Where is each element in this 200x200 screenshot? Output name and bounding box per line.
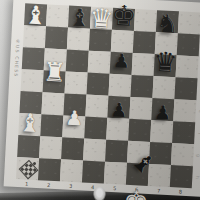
- rank-letter: g: [196, 154, 200, 157]
- black-pawn[interactable]: ♟: [154, 103, 172, 123]
- board-square[interactable]: [60, 159, 83, 182]
- black-queen[interactable]: ♛: [153, 48, 179, 76]
- board-square[interactable]: [65, 71, 88, 94]
- file-label: 3: [69, 183, 72, 189]
- rank-letter: h: [195, 176, 200, 179]
- board-square[interactable]: [132, 53, 155, 76]
- file-label: 5: [113, 185, 116, 191]
- board-square[interactable]: [176, 55, 199, 78]
- board-square[interactable]: [178, 11, 200, 34]
- board-square[interactable]: [171, 143, 194, 166]
- board-square[interactable]: [88, 51, 111, 74]
- board-square[interactable]: [152, 76, 175, 99]
- board-square[interactable]: [41, 92, 64, 115]
- pieces-layer: ♝♝♛♚♞♟♛♜♟♟♝♟♝♚: [14, 0, 200, 3]
- reflection-highlight: [93, 187, 106, 200]
- brand-label: ®US CHESS: [10, 39, 22, 78]
- board-square[interactable]: [85, 95, 108, 118]
- board-square[interactable]: [66, 49, 89, 72]
- board-square[interactable]: [128, 119, 151, 142]
- white-bishop[interactable]: ♝: [18, 110, 42, 136]
- board-square[interactable]: [22, 47, 45, 70]
- chess-board: ®US CHESS 12345678abcdefgh ♝♝♛♚♞♟♛♜♟♟♝♟♝…: [4, 0, 200, 197]
- board-square[interactable]: [17, 135, 40, 158]
- board-square[interactable]: [170, 165, 193, 188]
- board-square[interactable]: [40, 114, 63, 137]
- board-square[interactable]: [61, 137, 84, 160]
- black-king[interactable]: ♚: [110, 2, 137, 31]
- file-label: 8: [179, 189, 182, 195]
- chess-photo: ®US CHESS 12345678abcdefgh ♝♝♛♚♞♟♛♜♟♟♝♟♝…: [0, 0, 200, 200]
- board-square[interactable]: [130, 75, 153, 98]
- board-square[interactable]: [38, 158, 61, 181]
- board-square[interactable]: [87, 73, 110, 96]
- file-label: 1: [25, 180, 28, 186]
- white-bishop[interactable]: ♝: [24, 2, 48, 28]
- rank-letter: f: [197, 133, 200, 135]
- board-square[interactable]: [84, 117, 107, 140]
- rank-letter: e: [198, 110, 200, 113]
- board-square[interactable]: [108, 74, 131, 97]
- board-square[interactable]: [83, 139, 106, 162]
- board-square[interactable]: [82, 160, 105, 183]
- board-square[interactable]: [172, 121, 195, 144]
- white-rook[interactable]: ♜: [42, 58, 67, 85]
- black-pawn[interactable]: ♟: [112, 51, 130, 71]
- board-square[interactable]: [134, 9, 157, 32]
- board-square[interactable]: [104, 162, 127, 185]
- white-king[interactable]: ♚: [123, 187, 150, 200]
- board-square[interactable]: [46, 4, 69, 27]
- board-square[interactable]: [39, 136, 62, 159]
- rank-letter: d: [199, 88, 200, 91]
- board-square[interactable]: [173, 99, 196, 122]
- brand-text: US CHESS: [13, 45, 20, 77]
- black-knight[interactable]: ♞: [155, 11, 179, 37]
- file-label: 7: [157, 187, 160, 193]
- file-label: 2: [47, 182, 50, 188]
- board-square[interactable]: [105, 140, 128, 163]
- black-pawn[interactable]: ♟: [110, 100, 128, 120]
- white-pawn[interactable]: ♟: [65, 108, 84, 129]
- board-square[interactable]: [45, 26, 68, 49]
- board-square[interactable]: [174, 77, 197, 100]
- board-square[interactable]: [21, 69, 44, 92]
- board-square[interactable]: [177, 33, 200, 56]
- board-square[interactable]: [133, 31, 156, 54]
- board-square[interactable]: [129, 97, 152, 120]
- black-bishop[interactable]: ♝: [68, 5, 91, 30]
